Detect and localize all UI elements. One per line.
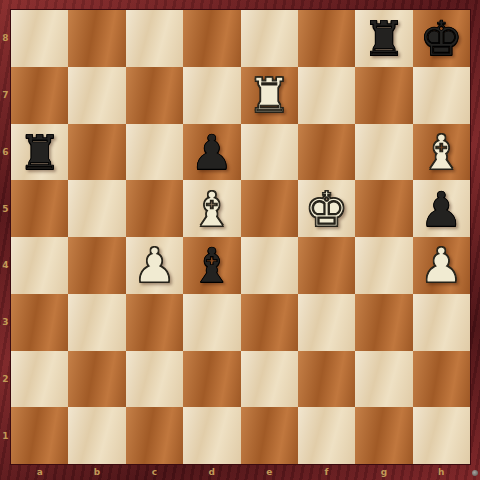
square-h3[interactable] — [413, 294, 470, 351]
file-label-h: h — [413, 464, 470, 480]
square-h5[interactable]: ♟ — [413, 180, 470, 237]
square-g7[interactable] — [355, 67, 412, 124]
square-a3[interactable] — [11, 294, 68, 351]
square-h4[interactable]: ♟ — [413, 237, 470, 294]
file-label-b: b — [68, 464, 125, 480]
white-pawn[interactable]: ♟ — [420, 241, 463, 289]
white-bishop[interactable]: ♝ — [420, 128, 463, 176]
file-label-g: g — [355, 464, 412, 480]
square-c3[interactable] — [126, 294, 183, 351]
square-d8[interactable] — [183, 10, 240, 67]
square-f5[interactable]: ♚ — [298, 180, 355, 237]
square-d6[interactable]: ♟ — [183, 124, 240, 181]
square-b7[interactable] — [68, 67, 125, 124]
rank-label-7: 7 — [0, 67, 11, 124]
black-pawn[interactable]: ♟ — [420, 185, 463, 233]
square-e8[interactable] — [241, 10, 298, 67]
square-e5[interactable] — [241, 180, 298, 237]
board-frame: ♜♚♜♜♟♝♝♚♟♟♝♟ 87654321 abcdefgh — [0, 0, 480, 480]
square-d4[interactable]: ♝ — [183, 237, 240, 294]
square-b5[interactable] — [68, 180, 125, 237]
square-e6[interactable] — [241, 124, 298, 181]
square-h6[interactable]: ♝ — [413, 124, 470, 181]
white-pawn[interactable]: ♟ — [133, 241, 176, 289]
square-b8[interactable] — [68, 10, 125, 67]
square-c6[interactable] — [126, 124, 183, 181]
square-f6[interactable] — [298, 124, 355, 181]
square-a8[interactable] — [11, 10, 68, 67]
black-rook[interactable]: ♜ — [18, 128, 61, 176]
white-king[interactable]: ♚ — [305, 185, 348, 233]
square-d5[interactable]: ♝ — [183, 180, 240, 237]
square-c2[interactable] — [126, 351, 183, 408]
square-b6[interactable] — [68, 124, 125, 181]
rank-label-8: 8 — [0, 10, 11, 67]
square-b2[interactable] — [68, 351, 125, 408]
square-b1[interactable] — [68, 407, 125, 464]
square-a1[interactable] — [11, 407, 68, 464]
black-pawn[interactable]: ♟ — [190, 128, 233, 176]
square-g8[interactable]: ♜ — [355, 10, 412, 67]
square-g1[interactable] — [355, 407, 412, 464]
file-label-d: d — [183, 464, 240, 480]
file-label-a: a — [11, 464, 68, 480]
square-a7[interactable] — [11, 67, 68, 124]
square-e7[interactable]: ♜ — [241, 67, 298, 124]
square-b3[interactable] — [68, 294, 125, 351]
square-g2[interactable] — [355, 351, 412, 408]
square-a5[interactable] — [11, 180, 68, 237]
black-king[interactable]: ♚ — [420, 14, 463, 62]
square-f7[interactable] — [298, 67, 355, 124]
square-d2[interactable] — [183, 351, 240, 408]
square-f1[interactable] — [298, 407, 355, 464]
brand-dot-icon — [472, 470, 478, 476]
square-f8[interactable] — [298, 10, 355, 67]
square-h2[interactable] — [413, 351, 470, 408]
square-a6[interactable]: ♜ — [11, 124, 68, 181]
chess-board: ♜♚♜♜♟♝♝♚♟♟♝♟ — [11, 10, 470, 464]
square-b4[interactable] — [68, 237, 125, 294]
square-h7[interactable] — [413, 67, 470, 124]
black-bishop[interactable]: ♝ — [190, 241, 233, 289]
square-c1[interactable] — [126, 407, 183, 464]
square-c4[interactable]: ♟ — [126, 237, 183, 294]
rank-label-6: 6 — [0, 124, 11, 181]
rank-label-2: 2 — [0, 351, 11, 408]
file-label-f: f — [298, 464, 355, 480]
rank-label-1: 1 — [0, 407, 11, 464]
square-a4[interactable] — [11, 237, 68, 294]
square-h8[interactable]: ♚ — [413, 10, 470, 67]
white-bishop[interactable]: ♝ — [190, 185, 233, 233]
rank-labels: 87654321 — [0, 10, 11, 464]
square-a2[interactable] — [11, 351, 68, 408]
square-c8[interactable] — [126, 10, 183, 67]
square-h1[interactable] — [413, 407, 470, 464]
square-e1[interactable] — [241, 407, 298, 464]
square-d1[interactable] — [183, 407, 240, 464]
square-e4[interactable] — [241, 237, 298, 294]
square-g5[interactable] — [355, 180, 412, 237]
black-rook[interactable]: ♜ — [362, 14, 405, 62]
square-c5[interactable] — [126, 180, 183, 237]
square-f4[interactable] — [298, 237, 355, 294]
square-g6[interactable] — [355, 124, 412, 181]
square-g3[interactable] — [355, 294, 412, 351]
file-label-e: e — [241, 464, 298, 480]
rank-label-5: 5 — [0, 180, 11, 237]
square-f2[interactable] — [298, 351, 355, 408]
square-c7[interactable] — [126, 67, 183, 124]
file-label-c: c — [126, 464, 183, 480]
square-d7[interactable] — [183, 67, 240, 124]
square-f3[interactable] — [298, 294, 355, 351]
square-d3[interactable] — [183, 294, 240, 351]
white-rook[interactable]: ♜ — [248, 71, 291, 119]
square-e3[interactable] — [241, 294, 298, 351]
square-e2[interactable] — [241, 351, 298, 408]
file-labels: abcdefgh — [11, 464, 470, 480]
rank-label-3: 3 — [0, 294, 11, 351]
square-g4[interactable] — [355, 237, 412, 294]
rank-label-4: 4 — [0, 237, 11, 294]
